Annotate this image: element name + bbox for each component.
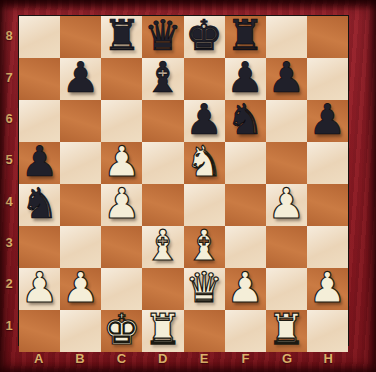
white-pawn[interactable]: ♟ xyxy=(309,267,347,309)
square-c5[interactable]: ♟ xyxy=(101,142,142,184)
square-d3[interactable]: ♝ xyxy=(142,226,183,268)
rank-label-7: 7 xyxy=(0,56,18,97)
black-knight[interactable]: ♞ xyxy=(21,183,59,225)
square-h6[interactable]: ♟ xyxy=(307,100,348,142)
white-pawn[interactable]: ♟ xyxy=(62,267,100,309)
square-d8[interactable]: ♛ xyxy=(142,16,183,58)
square-g6[interactable] xyxy=(266,100,307,142)
square-h5[interactable] xyxy=(307,142,348,184)
black-pawn[interactable]: ♟ xyxy=(226,57,264,99)
square-a7[interactable] xyxy=(19,58,60,100)
square-f3[interactable] xyxy=(225,226,266,268)
white-queen[interactable]: ♛ xyxy=(185,267,223,309)
file-label-e: E xyxy=(184,346,225,370)
square-b3[interactable] xyxy=(60,226,101,268)
white-rook[interactable]: ♜ xyxy=(144,309,182,351)
file-label-f: F xyxy=(225,346,266,370)
board-frame: ♜♛♚♜♟♝♟♟♟♞♟♟♟♞♞♟♟♝♝♟♟♛♟♟♚♜♜ xyxy=(18,15,349,346)
file-label-d: D xyxy=(142,346,183,370)
square-f6[interactable]: ♞ xyxy=(225,100,266,142)
black-knight[interactable]: ♞ xyxy=(226,99,264,141)
square-b7[interactable]: ♟ xyxy=(60,58,101,100)
black-bishop[interactable]: ♝ xyxy=(144,57,182,99)
black-rook[interactable]: ♜ xyxy=(226,15,264,57)
file-label-c: C xyxy=(101,346,142,370)
square-a8[interactable] xyxy=(19,16,60,58)
square-b6[interactable] xyxy=(60,100,101,142)
square-d6[interactable] xyxy=(142,100,183,142)
square-e4[interactable] xyxy=(184,184,225,226)
square-h4[interactable] xyxy=(307,184,348,226)
square-d4[interactable] xyxy=(142,184,183,226)
white-king[interactable]: ♚ xyxy=(103,309,141,351)
white-pawn[interactable]: ♟ xyxy=(103,141,141,183)
square-e8[interactable]: ♚ xyxy=(184,16,225,58)
rank-label-8: 8 xyxy=(0,15,18,56)
square-h3[interactable] xyxy=(307,226,348,268)
square-g4[interactable]: ♟ xyxy=(266,184,307,226)
black-pawn[interactable]: ♟ xyxy=(185,99,223,141)
chess-board: ♜♛♚♜♟♝♟♟♟♞♟♟♟♞♞♟♟♝♝♟♟♛♟♟♚♜♜ xyxy=(19,16,348,345)
square-f2[interactable]: ♟ xyxy=(225,268,266,310)
square-a3[interactable] xyxy=(19,226,60,268)
square-c3[interactable] xyxy=(101,226,142,268)
black-rook[interactable]: ♜ xyxy=(103,15,141,57)
square-b5[interactable] xyxy=(60,142,101,184)
square-c2[interactable] xyxy=(101,268,142,310)
square-f8[interactable]: ♜ xyxy=(225,16,266,58)
square-a4[interactable]: ♞ xyxy=(19,184,60,226)
white-knight[interactable]: ♞ xyxy=(185,141,223,183)
rank-label-1: 1 xyxy=(0,305,18,346)
white-pawn[interactable]: ♟ xyxy=(267,183,305,225)
square-g7[interactable]: ♟ xyxy=(266,58,307,100)
square-f5[interactable] xyxy=(225,142,266,184)
square-a6[interactable] xyxy=(19,100,60,142)
file-label-b: B xyxy=(59,346,100,370)
square-b4[interactable] xyxy=(60,184,101,226)
rank-label-2: 2 xyxy=(0,263,18,304)
square-d7[interactable]: ♝ xyxy=(142,58,183,100)
square-d5[interactable] xyxy=(142,142,183,184)
square-g5[interactable] xyxy=(266,142,307,184)
square-e5[interactable]: ♞ xyxy=(184,142,225,184)
black-king[interactable]: ♚ xyxy=(185,15,223,57)
square-g2[interactable] xyxy=(266,268,307,310)
square-g8[interactable] xyxy=(266,16,307,58)
white-pawn[interactable]: ♟ xyxy=(103,183,141,225)
square-a5[interactable]: ♟ xyxy=(19,142,60,184)
square-e7[interactable] xyxy=(184,58,225,100)
black-pawn[interactable]: ♟ xyxy=(267,57,305,99)
rank-label-3: 3 xyxy=(0,222,18,263)
square-a2[interactable]: ♟ xyxy=(19,268,60,310)
square-c8[interactable]: ♜ xyxy=(101,16,142,58)
black-pawn[interactable]: ♟ xyxy=(309,99,347,141)
rank-label-4: 4 xyxy=(0,181,18,222)
square-b8[interactable] xyxy=(60,16,101,58)
square-e6[interactable]: ♟ xyxy=(184,100,225,142)
square-h7[interactable] xyxy=(307,58,348,100)
square-g3[interactable] xyxy=(266,226,307,268)
square-c6[interactable] xyxy=(101,100,142,142)
file-labels: ABCDEFGH xyxy=(18,346,349,370)
square-e3[interactable]: ♝ xyxy=(184,226,225,268)
white-bishop[interactable]: ♝ xyxy=(185,225,223,267)
white-pawn[interactable]: ♟ xyxy=(226,267,264,309)
file-label-h: H xyxy=(308,346,349,370)
square-c4[interactable]: ♟ xyxy=(101,184,142,226)
square-d2[interactable] xyxy=(142,268,183,310)
file-label-g: G xyxy=(266,346,307,370)
white-bishop[interactable]: ♝ xyxy=(144,225,182,267)
chessboard-app: 87654321 ♜♛♚♜♟♝♟♟♟♞♟♟♟♞♞♟♟♝♝♟♟♛♟♟♚♜♜ ABC… xyxy=(0,0,376,372)
square-f7[interactable]: ♟ xyxy=(225,58,266,100)
square-b2[interactable]: ♟ xyxy=(60,268,101,310)
square-c7[interactable] xyxy=(101,58,142,100)
file-label-a: A xyxy=(18,346,59,370)
square-f4[interactable] xyxy=(225,184,266,226)
square-e2[interactable]: ♛ xyxy=(184,268,225,310)
white-rook[interactable]: ♜ xyxy=(267,309,305,351)
black-queen[interactable]: ♛ xyxy=(144,15,182,57)
black-pawn[interactable]: ♟ xyxy=(21,141,59,183)
rank-label-6: 6 xyxy=(0,98,18,139)
black-pawn[interactable]: ♟ xyxy=(62,57,100,99)
square-h2[interactable]: ♟ xyxy=(307,268,348,310)
white-pawn[interactable]: ♟ xyxy=(21,267,59,309)
rank-labels: 87654321 xyxy=(0,15,18,346)
rank-label-5: 5 xyxy=(0,139,18,180)
square-h8[interactable] xyxy=(307,16,348,58)
